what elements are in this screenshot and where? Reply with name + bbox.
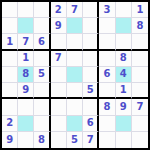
sudoku-cell-r6c1[interactable]	[2, 83, 18, 99]
sudoku-cell-r4c3[interactable]	[34, 51, 50, 67]
sudoku-cell-r8c4[interactable]	[51, 116, 67, 132]
sudoku-cell-r4c5[interactable]	[67, 51, 83, 67]
sudoku-cell-r7c9[interactable]: 7	[132, 99, 148, 115]
sudoku-cell-r9c4[interactable]	[51, 132, 67, 148]
sudoku-cell-r6c4[interactable]	[51, 83, 67, 99]
sudoku-cell-r9c5[interactable]: 5	[67, 132, 83, 148]
sudoku-cell-r6c9[interactable]	[132, 83, 148, 99]
sudoku-cell-r3c9[interactable]	[132, 34, 148, 50]
sudoku-cell-r9c8[interactable]	[116, 132, 132, 148]
sudoku-cell-r1c2[interactable]	[18, 2, 34, 18]
sudoku-cell-r6c3[interactable]	[34, 83, 50, 99]
sudoku-cell-r2c7[interactable]	[99, 18, 115, 34]
sudoku-cell-r6c7[interactable]	[99, 83, 115, 99]
sudoku-cell-r6c6[interactable]: 5	[83, 83, 99, 99]
sudoku-cell-r2c4[interactable]: 9	[51, 18, 67, 34]
sudoku-cell-r9c2[interactable]	[18, 132, 34, 148]
sudoku-cell-r2c9[interactable]: 8	[132, 18, 148, 34]
sudoku-cell-r8c6[interactable]: 6	[83, 116, 99, 132]
sudoku-cell-r7c5[interactable]	[67, 99, 83, 115]
sudoku-board: 2731981761788564951897269857	[0, 0, 150, 150]
sudoku-cell-r6c2[interactable]: 9	[18, 83, 34, 99]
sudoku-cell-r1c9[interactable]: 1	[132, 2, 148, 18]
sudoku-cell-r3c4[interactable]	[51, 34, 67, 50]
sudoku-cell-r8c9[interactable]	[132, 116, 148, 132]
sudoku-cell-r3c5[interactable]	[67, 34, 83, 50]
sudoku-cell-r1c7[interactable]: 3	[99, 2, 115, 18]
sudoku-cell-r4c4[interactable]: 7	[51, 51, 67, 67]
sudoku-cell-r8c2[interactable]	[18, 116, 34, 132]
sudoku-cell-r6c8[interactable]: 1	[116, 83, 132, 99]
sudoku-cell-r6c5[interactable]	[67, 83, 83, 99]
sudoku-cell-r7c6[interactable]	[83, 99, 99, 115]
sudoku-cell-r5c2[interactable]: 8	[18, 67, 34, 83]
sudoku-cell-r4c8[interactable]: 8	[116, 51, 132, 67]
sudoku-cell-r8c8[interactable]	[116, 116, 132, 132]
sudoku-cell-r1c6[interactable]	[83, 2, 99, 18]
sudoku-cell-r1c8[interactable]	[116, 2, 132, 18]
sudoku-cell-r5c8[interactable]: 4	[116, 67, 132, 83]
sudoku-cell-r8c7[interactable]	[99, 116, 115, 132]
sudoku-cell-r3c7[interactable]	[99, 34, 115, 50]
sudoku-cell-r2c2[interactable]	[18, 18, 34, 34]
sudoku-cell-r8c1[interactable]: 2	[2, 116, 18, 132]
sudoku-cell-r9c7[interactable]	[99, 132, 115, 148]
sudoku-cell-r4c7[interactable]	[99, 51, 115, 67]
sudoku-cell-r3c6[interactable]	[83, 34, 99, 50]
sudoku-cell-r2c8[interactable]	[116, 18, 132, 34]
sudoku-cell-r1c1[interactable]	[2, 2, 18, 18]
sudoku-cell-r5c3[interactable]: 5	[34, 67, 50, 83]
sudoku-cell-r4c2[interactable]: 1	[18, 51, 34, 67]
sudoku-cell-r7c3[interactable]	[34, 99, 50, 115]
sudoku-cell-r3c1[interactable]: 1	[2, 34, 18, 50]
sudoku-cell-r9c9[interactable]	[132, 132, 148, 148]
sudoku-cell-r9c1[interactable]: 9	[2, 132, 18, 148]
sudoku-cell-r1c5[interactable]: 7	[67, 2, 83, 18]
sudoku-cell-r7c1[interactable]	[2, 99, 18, 115]
sudoku-cell-r2c3[interactable]	[34, 18, 50, 34]
sudoku-cell-r7c2[interactable]	[18, 99, 34, 115]
sudoku-cell-r2c5[interactable]	[67, 18, 83, 34]
sudoku-cell-r4c1[interactable]	[2, 51, 18, 67]
sudoku-cell-r3c2[interactable]: 7	[18, 34, 34, 50]
sudoku-cell-r1c3[interactable]	[34, 2, 50, 18]
sudoku-cell-r3c8[interactable]	[116, 34, 132, 50]
sudoku-cell-r5c4[interactable]	[51, 67, 67, 83]
sudoku-cell-r4c6[interactable]	[83, 51, 99, 67]
sudoku-cell-r5c7[interactable]: 6	[99, 67, 115, 83]
sudoku-cell-r5c9[interactable]	[132, 67, 148, 83]
sudoku-cell-r3c3[interactable]: 6	[34, 34, 50, 50]
sudoku-cell-r7c7[interactable]: 8	[99, 99, 115, 115]
sudoku-cell-r1c4[interactable]: 2	[51, 2, 67, 18]
sudoku-cell-r5c5[interactable]	[67, 67, 83, 83]
sudoku-cell-r8c5[interactable]	[67, 116, 83, 132]
sudoku-cell-r2c6[interactable]	[83, 18, 99, 34]
sudoku-cell-r7c4[interactable]	[51, 99, 67, 115]
sudoku-cell-r5c6[interactable]	[83, 67, 99, 83]
sudoku-cell-r5c1[interactable]	[2, 67, 18, 83]
sudoku-cell-r4c9[interactable]	[132, 51, 148, 67]
sudoku-cell-r8c3[interactable]	[34, 116, 50, 132]
sudoku-cell-r2c1[interactable]	[2, 18, 18, 34]
sudoku-cell-r7c8[interactable]: 9	[116, 99, 132, 115]
sudoku-cell-r9c6[interactable]: 7	[83, 132, 99, 148]
sudoku-cell-r9c3[interactable]: 8	[34, 132, 50, 148]
